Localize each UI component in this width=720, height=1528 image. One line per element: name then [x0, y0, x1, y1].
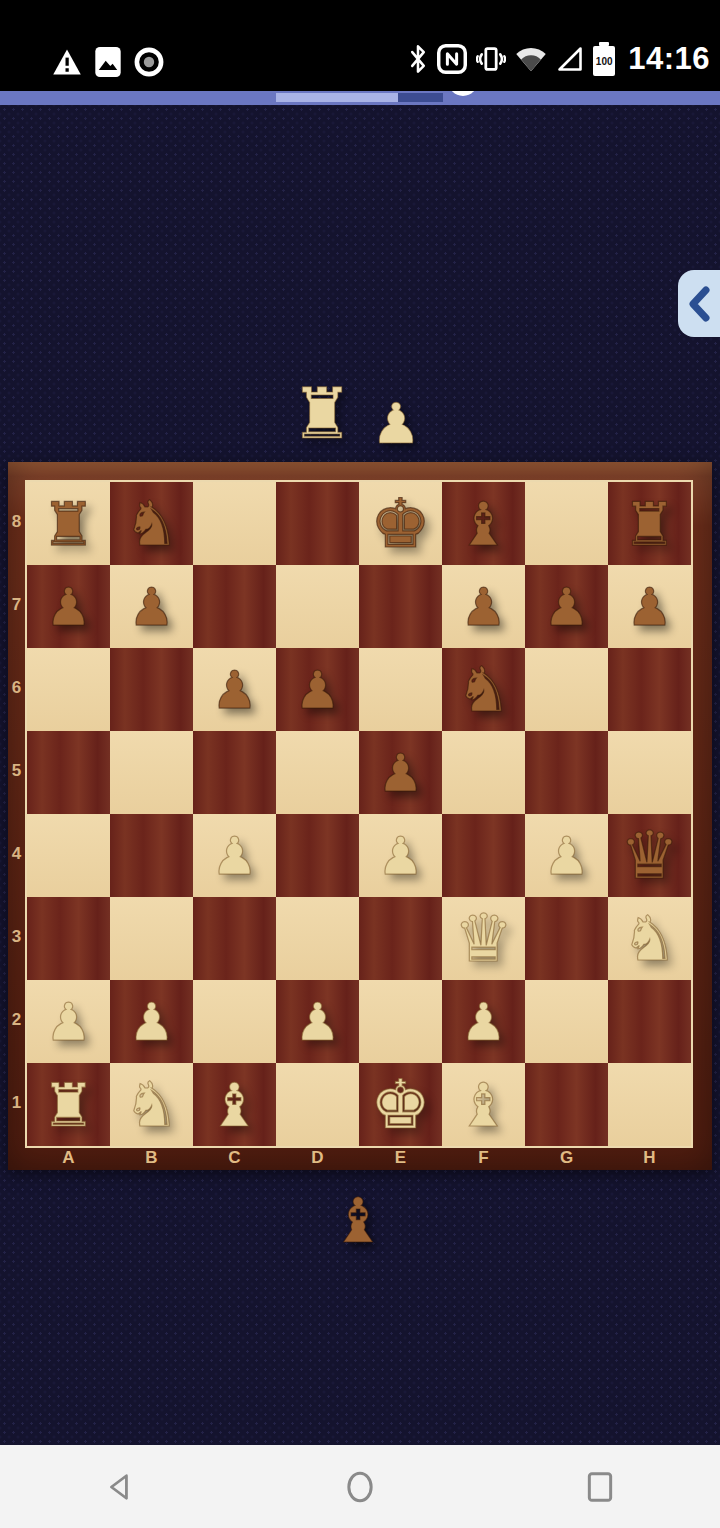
piece-white-queen[interactable]: ♛: [454, 906, 513, 972]
square-e3[interactable]: [359, 897, 442, 980]
square-f4[interactable]: [442, 814, 525, 897]
progress-light-segment: [276, 93, 398, 102]
square-g6[interactable]: [525, 648, 608, 731]
square-a2[interactable]: ♟: [27, 980, 110, 1063]
square-c5[interactable]: [193, 731, 276, 814]
piece-white-knight[interactable]: ♞: [622, 908, 678, 970]
square-h4[interactable]: ♛: [608, 814, 691, 897]
square-b8[interactable]: ♞: [110, 482, 193, 565]
chevron-left-icon: [686, 284, 712, 324]
piece-white-rook[interactable]: ♜: [42, 1075, 96, 1135]
square-c7[interactable]: [193, 565, 276, 648]
rank-label-7: 7: [8, 563, 25, 646]
rank-label-6: 6: [8, 646, 25, 729]
square-h2[interactable]: [608, 980, 691, 1063]
home-button[interactable]: [240, 1445, 480, 1528]
square-a7[interactable]: ♟: [27, 565, 110, 648]
square-d7[interactable]: [276, 565, 359, 648]
piece-white-king[interactable]: ♚: [370, 1071, 431, 1139]
rank-label-3: 3: [8, 895, 25, 978]
warning-icon: [52, 48, 82, 76]
piece-white-knight[interactable]: ♞: [124, 1074, 180, 1136]
rank-label-4: 4: [8, 812, 25, 895]
battery-icon: 100: [593, 42, 615, 76]
square-c3[interactable]: [193, 897, 276, 980]
piece-black-bishop[interactable]: ♝: [457, 494, 511, 554]
square-b1[interactable]: ♞: [110, 1063, 193, 1146]
file-label-e: E: [359, 1148, 442, 1168]
battery-level: 100: [596, 56, 613, 67]
square-b3[interactable]: [110, 897, 193, 980]
file-label-b: B: [110, 1148, 193, 1168]
square-f3[interactable]: ♛: [442, 897, 525, 980]
square-a6[interactable]: [27, 648, 110, 731]
square-d8[interactable]: [276, 482, 359, 565]
square-c2[interactable]: [193, 980, 276, 1063]
vibrate-icon: [476, 44, 506, 74]
square-b4[interactable]: [110, 814, 193, 897]
square-g2[interactable]: [525, 980, 608, 1063]
recents-button[interactable]: [480, 1445, 720, 1528]
square-e5[interactable]: ♟: [359, 731, 442, 814]
record-icon: [134, 47, 164, 77]
status-bar: 100 14:16: [0, 0, 720, 91]
piece-black-pawn[interactable]: ♟: [45, 581, 92, 633]
square-b2[interactable]: ♟: [110, 980, 193, 1063]
square-f8[interactable]: ♝: [442, 482, 525, 565]
square-g5[interactable]: [525, 731, 608, 814]
square-h5[interactable]: [608, 731, 691, 814]
file-label-f: F: [442, 1148, 525, 1168]
signal-icon: [556, 45, 584, 73]
piece-black-knight[interactable]: ♞: [124, 493, 180, 555]
bluetooth-icon: [408, 44, 428, 74]
captured-white-rook: ♜: [291, 379, 354, 449]
square-d6[interactable]: ♟: [276, 648, 359, 731]
piece-black-pawn[interactable]: ♟: [543, 581, 590, 633]
status-left-icons: [52, 47, 164, 77]
square-h1[interactable]: [608, 1063, 691, 1146]
file-label-g: G: [525, 1148, 608, 1168]
square-g4[interactable]: ♟: [525, 814, 608, 897]
progress-dark-segment: [398, 93, 443, 102]
square-b5[interactable]: [110, 731, 193, 814]
piece-black-pawn[interactable]: ♟: [211, 664, 258, 716]
piece-black-pawn[interactable]: ♟: [128, 581, 175, 633]
square-h6[interactable]: [608, 648, 691, 731]
photo-icon: [95, 47, 121, 77]
android-nav-bar: [0, 1445, 720, 1528]
file-label-c: C: [193, 1148, 276, 1168]
square-e7[interactable]: [359, 565, 442, 648]
rank-label-1: 1: [8, 1061, 25, 1144]
piece-black-queen[interactable]: ♛: [620, 823, 679, 889]
chess-board: ♜♞♚♝♜♟♟♟♟♟♟♟♞♟♟♟♟♛♛♞♟♟♟♟♜♞♝♚♝ 87654321 A…: [8, 462, 712, 1170]
back-button[interactable]: [0, 1445, 240, 1528]
board-grid: ♜♞♚♝♜♟♟♟♟♟♟♟♞♟♟♟♟♛♛♞♟♟♟♟♜♞♝♚♝: [25, 480, 693, 1148]
square-g3[interactable]: [525, 897, 608, 980]
wifi-icon: [515, 45, 547, 73]
square-h7[interactable]: ♟: [608, 565, 691, 648]
square-a3[interactable]: [27, 897, 110, 980]
piece-white-pawn[interactable]: ♟: [377, 830, 424, 882]
square-b6[interactable]: [110, 648, 193, 731]
square-c8[interactable]: [193, 482, 276, 565]
piece-white-pawn[interactable]: ♟: [128, 996, 175, 1048]
square-e4[interactable]: ♟: [359, 814, 442, 897]
square-e2[interactable]: [359, 980, 442, 1063]
square-a8[interactable]: ♜: [27, 482, 110, 565]
square-d4[interactable]: [276, 814, 359, 897]
progress-bar[interactable]: [0, 91, 720, 105]
piece-white-bishop[interactable]: ♝: [208, 1075, 262, 1135]
rank-label-8: 8: [8, 480, 25, 563]
piece-white-pawn[interactable]: ♟: [460, 996, 507, 1048]
square-a1[interactable]: ♜: [27, 1063, 110, 1146]
square-e1[interactable]: ♚: [359, 1063, 442, 1146]
square-c6[interactable]: ♟: [193, 648, 276, 731]
square-b7[interactable]: ♟: [110, 565, 193, 648]
piece-black-pawn[interactable]: ♟: [377, 747, 424, 799]
piece-black-pawn[interactable]: ♟: [460, 581, 507, 633]
square-e8[interactable]: ♚: [359, 482, 442, 565]
piece-white-bishop[interactable]: ♝: [457, 1075, 511, 1135]
status-right-icons: 100 14:16: [408, 41, 710, 77]
square-f7[interactable]: ♟: [442, 565, 525, 648]
piece-black-knight[interactable]: ♞: [456, 659, 512, 721]
file-label-a: A: [27, 1148, 110, 1168]
file-labels: ABCDEFGH: [27, 1148, 691, 1168]
piece-white-pawn[interactable]: ♟: [211, 830, 258, 882]
piece-black-rook[interactable]: ♜: [42, 494, 96, 554]
drawer-tab[interactable]: [678, 270, 720, 337]
square-h3[interactable]: ♞: [608, 897, 691, 980]
file-label-d: D: [276, 1148, 359, 1168]
square-c1[interactable]: ♝: [193, 1063, 276, 1146]
square-d2[interactable]: ♟: [276, 980, 359, 1063]
square-g7[interactable]: ♟: [525, 565, 608, 648]
square-f2[interactable]: ♟: [442, 980, 525, 1063]
piece-black-pawn[interactable]: ♟: [294, 664, 341, 716]
square-d3[interactable]: [276, 897, 359, 980]
captured-black-bishop: ♝: [330, 1190, 386, 1252]
square-d1[interactable]: [276, 1063, 359, 1146]
square-d5[interactable]: [276, 731, 359, 814]
piece-black-king[interactable]: ♚: [370, 490, 431, 558]
square-h8[interactable]: ♜: [608, 482, 691, 565]
square-f1[interactable]: ♝: [442, 1063, 525, 1146]
square-g8[interactable]: [525, 482, 608, 565]
piece-white-pawn[interactable]: ♟: [294, 996, 341, 1048]
clock: 14:16: [628, 41, 710, 77]
square-e6[interactable]: [359, 648, 442, 731]
square-f5[interactable]: [442, 731, 525, 814]
piece-white-pawn[interactable]: ♟: [543, 830, 590, 882]
file-label-h: H: [608, 1148, 691, 1168]
rank-label-2: 2: [8, 978, 25, 1061]
piece-black-rook[interactable]: ♜: [623, 494, 677, 554]
square-a4[interactable]: [27, 814, 110, 897]
square-a5[interactable]: [27, 731, 110, 814]
piece-white-pawn[interactable]: ♟: [45, 996, 92, 1048]
captured-white-pawn: ♟: [371, 396, 421, 452]
rank-label-5: 5: [8, 729, 25, 812]
nfc-icon: [437, 44, 467, 74]
square-c4[interactable]: ♟: [193, 814, 276, 897]
square-f6[interactable]: ♞: [442, 648, 525, 731]
square-g1[interactable]: [525, 1063, 608, 1146]
piece-black-pawn[interactable]: ♟: [626, 581, 673, 633]
